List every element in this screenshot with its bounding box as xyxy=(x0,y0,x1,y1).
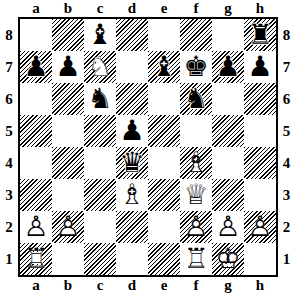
square-a3[interactable] xyxy=(20,179,52,211)
rank-labels-right: 87654321 xyxy=(279,19,294,275)
square-h2[interactable]: ♟♙ xyxy=(244,211,276,243)
piece-black-knight-icon: ♞ xyxy=(180,83,212,115)
square-g6[interactable] xyxy=(212,83,244,115)
square-e3[interactable] xyxy=(148,179,180,211)
square-g4[interactable] xyxy=(212,147,244,179)
piece-black-queen-icon: ♛ xyxy=(116,147,148,179)
file-label-top-e: e xyxy=(148,0,180,17)
rank-label-right-1: 1 xyxy=(279,243,294,275)
square-c8[interactable]: ♝ xyxy=(84,19,116,51)
file-label-bottom-a: a xyxy=(20,277,52,295)
piece-white-king-icon: ♚♔ xyxy=(212,243,244,275)
piece-white-pawn-icon: ♟♙ xyxy=(212,211,244,243)
square-e5[interactable] xyxy=(148,115,180,147)
file-label-top-f: f xyxy=(180,0,212,17)
square-d3[interactable]: ♝♗ xyxy=(116,179,148,211)
file-label-bottom-d: d xyxy=(116,277,148,295)
rank-labels-left: 87654321 xyxy=(0,19,18,275)
square-f2[interactable]: ♟♙ xyxy=(180,211,212,243)
square-f1[interactable]: ♜♖ xyxy=(180,243,212,275)
square-h6[interactable] xyxy=(244,83,276,115)
square-a2[interactable]: ♟♙ xyxy=(20,211,52,243)
square-c5[interactable] xyxy=(84,115,116,147)
square-a8[interactable] xyxy=(20,19,52,51)
piece-black-pawn-icon: ♟ xyxy=(244,51,276,83)
square-c3[interactable] xyxy=(84,179,116,211)
square-h8[interactable]: ♜ xyxy=(244,19,276,51)
square-g3[interactable] xyxy=(212,179,244,211)
piece-white-rook-icon: ♜♖ xyxy=(180,243,212,275)
square-c6[interactable]: ♞ xyxy=(84,83,116,115)
square-d7[interactable] xyxy=(116,51,148,83)
piece-white-pawn-icon: ♟♙ xyxy=(180,211,212,243)
rank-label-left-6: 6 xyxy=(0,83,18,115)
square-g1[interactable]: ♚♔ xyxy=(212,243,244,275)
piece-white-rook-icon: ♜♖ xyxy=(20,243,52,275)
file-label-top-a: a xyxy=(20,0,52,17)
piece-black-pawn-icon: ♟ xyxy=(212,51,244,83)
square-b7[interactable]: ♟ xyxy=(52,51,84,83)
square-d4[interactable]: ♛ xyxy=(116,147,148,179)
file-labels-bottom: abcdefgh xyxy=(20,277,276,295)
piece-black-pawn-icon: ♟ xyxy=(20,51,52,83)
piece-black-pawn-icon: ♟ xyxy=(116,115,148,147)
rank-label-right-3: 3 xyxy=(279,179,294,211)
square-b8[interactable] xyxy=(52,19,84,51)
square-f5[interactable] xyxy=(180,115,212,147)
square-c4[interactable] xyxy=(84,147,116,179)
file-label-bottom-g: g xyxy=(212,277,244,295)
square-d6[interactable] xyxy=(116,83,148,115)
square-f4[interactable]: ♝♗ xyxy=(180,147,212,179)
square-b2[interactable]: ♟♙ xyxy=(52,211,84,243)
piece-black-knight-icon: ♞ xyxy=(84,83,116,115)
file-label-bottom-b: b xyxy=(52,277,84,295)
piece-black-rook-icon: ♜ xyxy=(244,19,276,51)
square-a4[interactable] xyxy=(20,147,52,179)
square-a1[interactable]: ♜♖ xyxy=(20,243,52,275)
rank-label-right-8: 8 xyxy=(279,19,294,51)
piece-white-pawn-icon: ♟♙ xyxy=(244,211,276,243)
square-a7[interactable]: ♟ xyxy=(20,51,52,83)
rank-label-right-5: 5 xyxy=(279,115,294,147)
square-a5[interactable] xyxy=(20,115,52,147)
file-label-bottom-h: h xyxy=(244,277,276,295)
square-b6[interactable] xyxy=(52,83,84,115)
rank-label-right-6: 6 xyxy=(279,83,294,115)
square-h1[interactable] xyxy=(244,243,276,275)
piece-black-pawn-icon: ♟ xyxy=(52,51,84,83)
file-label-bottom-e: e xyxy=(148,277,180,295)
square-b5[interactable] xyxy=(52,115,84,147)
rank-label-left-4: 4 xyxy=(0,147,18,179)
chess-board: ♝♜♟♟♞♘♝♚♟♟♞♞♟♛♝♗♝♗♛♕♟♙♟♙♟♙♟♙♟♙♜♖♜♖♚♔ xyxy=(18,17,278,277)
square-h4[interactable] xyxy=(244,147,276,179)
piece-black-king-icon: ♚ xyxy=(180,51,212,83)
square-f8[interactable] xyxy=(180,19,212,51)
rank-label-right-4: 4 xyxy=(279,147,294,179)
square-f6[interactable]: ♞ xyxy=(180,83,212,115)
square-c2[interactable] xyxy=(84,211,116,243)
file-label-top-g: g xyxy=(212,0,244,17)
square-b3[interactable] xyxy=(52,179,84,211)
rank-label-left-7: 7 xyxy=(0,51,18,83)
piece-white-bishop-icon: ♝♗ xyxy=(180,147,212,179)
rank-label-left-5: 5 xyxy=(0,115,18,147)
file-label-bottom-f: f xyxy=(180,277,212,295)
file-label-top-b: b xyxy=(52,0,84,17)
piece-white-knight-icon: ♞♘ xyxy=(84,51,116,83)
rank-label-left-3: 3 xyxy=(0,179,18,211)
rank-label-right-7: 7 xyxy=(279,51,294,83)
square-h5[interactable] xyxy=(244,115,276,147)
square-f7[interactable]: ♚ xyxy=(180,51,212,83)
square-f3[interactable]: ♛♕ xyxy=(180,179,212,211)
square-e6[interactable] xyxy=(148,83,180,115)
file-label-top-h: h xyxy=(244,0,276,17)
piece-black-bishop-icon: ♝ xyxy=(148,51,180,83)
piece-white-pawn-icon: ♟♙ xyxy=(20,211,52,243)
square-b4[interactable] xyxy=(52,147,84,179)
file-label-bottom-c: c xyxy=(84,277,116,295)
square-h7[interactable]: ♟ xyxy=(244,51,276,83)
square-g2[interactable]: ♟♙ xyxy=(212,211,244,243)
square-c7[interactable]: ♞♘ xyxy=(84,51,116,83)
square-g8[interactable] xyxy=(212,19,244,51)
square-b1[interactable] xyxy=(52,243,84,275)
chess-diagram: abcdefgh 87654321 ♝♜♟♟♞♘♝♚♟♟♞♞♟♛♝♗♝♗♛♕♟♙… xyxy=(0,0,294,295)
square-d2[interactable] xyxy=(116,211,148,243)
square-e8[interactable] xyxy=(148,19,180,51)
square-c1[interactable] xyxy=(84,243,116,275)
piece-white-bishop-icon: ♝♗ xyxy=(116,179,148,211)
rank-label-left-1: 1 xyxy=(0,243,18,275)
square-a6[interactable] xyxy=(20,83,52,115)
file-labels-top: abcdefgh xyxy=(20,0,276,17)
square-g7[interactable]: ♟ xyxy=(212,51,244,83)
square-e2[interactable] xyxy=(148,211,180,243)
file-label-top-c: c xyxy=(84,0,116,17)
rank-label-right-2: 2 xyxy=(279,211,294,243)
square-d1[interactable] xyxy=(116,243,148,275)
square-e1[interactable] xyxy=(148,243,180,275)
square-h3[interactable] xyxy=(244,179,276,211)
rank-label-left-8: 8 xyxy=(0,19,18,51)
square-e7[interactable]: ♝ xyxy=(148,51,180,83)
square-d5[interactable]: ♟ xyxy=(116,115,148,147)
file-label-top-d: d xyxy=(116,0,148,17)
piece-white-pawn-icon: ♟♙ xyxy=(52,211,84,243)
piece-black-bishop-icon: ♝ xyxy=(84,19,116,51)
square-g5[interactable] xyxy=(212,115,244,147)
rank-label-left-2: 2 xyxy=(0,211,18,243)
piece-white-queen-icon: ♛♕ xyxy=(180,179,212,211)
square-d8[interactable] xyxy=(116,19,148,51)
square-e4[interactable] xyxy=(148,147,180,179)
